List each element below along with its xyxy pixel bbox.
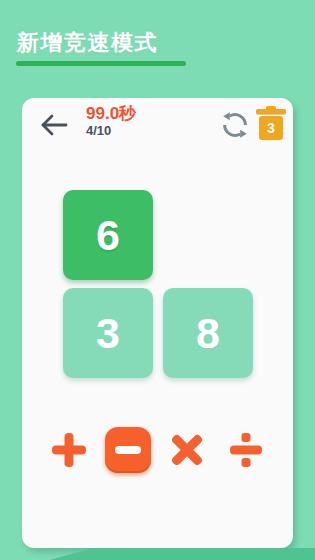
tile-empty-slot — [163, 190, 253, 280]
game-card: 99.0秒 4/10 3 6 3 8 — [22, 98, 293, 548]
tile-grid: 6 3 8 — [63, 190, 253, 378]
round-progress: 4/10 — [86, 123, 136, 138]
operator-divide-button[interactable] — [223, 427, 269, 473]
refresh-button[interactable] — [218, 107, 252, 143]
trash-lid-icon — [256, 109, 286, 114]
plus-icon — [52, 433, 86, 467]
operator-row — [22, 427, 293, 473]
tile-8[interactable]: 8 — [163, 288, 253, 378]
trash-button[interactable]: 3 — [256, 105, 286, 143]
refresh-icon — [218, 107, 252, 143]
divide-icon — [230, 433, 262, 467]
timer-block: 99.0秒 4/10 — [86, 104, 136, 138]
operator-plus-button[interactable] — [46, 427, 92, 473]
banner-title: 新增竞速模式 — [17, 28, 158, 58]
tile-6[interactable]: 6 — [63, 190, 153, 280]
back-button[interactable] — [38, 111, 70, 139]
operator-minus-button-selected[interactable] — [105, 427, 151, 473]
banner-underline — [16, 61, 186, 66]
timer-value: 99.0秒 — [86, 104, 136, 123]
trash-count-badge: 3 — [259, 116, 283, 140]
multiply-icon — [170, 433, 204, 467]
card-long-shadow — [0, 548, 315, 560]
tile-3[interactable]: 3 — [63, 288, 153, 378]
back-arrow-icon — [38, 111, 70, 139]
operator-multiply-button[interactable] — [164, 427, 210, 473]
minus-icon — [105, 427, 151, 473]
